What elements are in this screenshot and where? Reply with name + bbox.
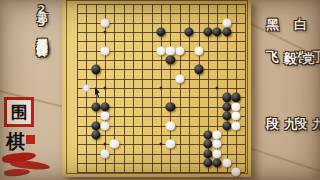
- logo-char-qi: 棋: [6, 129, 25, 155]
- black-stone[interactable]: [222, 27, 231, 36]
- white-stone[interactable]: [213, 140, 222, 149]
- white-stone[interactable]: [175, 74, 184, 83]
- black-player-name: 党毅飞: [263, 40, 317, 42]
- white-color-label: 白: [291, 8, 309, 10]
- black-stone[interactable]: [203, 130, 212, 139]
- black-stone[interactable]: [203, 149, 212, 158]
- black-stone[interactable]: [203, 158, 212, 167]
- logo-char-wei: 围: [4, 97, 34, 127]
- black-stone[interactable]: [100, 102, 109, 111]
- black-stone[interactable]: [91, 102, 100, 111]
- white-stone[interactable]: [157, 46, 166, 55]
- white-stone[interactable]: [166, 140, 175, 149]
- white-stone[interactable]: [213, 149, 222, 158]
- black-stone[interactable]: [91, 65, 100, 74]
- white-stone[interactable]: [231, 121, 240, 130]
- white-stone[interactable]: [100, 121, 109, 130]
- white-stone[interactable]: [222, 18, 231, 27]
- black-stone[interactable]: [185, 27, 194, 36]
- white-stone[interactable]: [222, 158, 231, 167]
- white-stone[interactable]: [231, 168, 240, 177]
- black-stone[interactable]: [213, 158, 222, 167]
- red-brush-stroke: [4, 168, 30, 177]
- black-stone[interactable]: [203, 140, 212, 149]
- black-stone[interactable]: [222, 102, 231, 111]
- star-point: [216, 87, 219, 90]
- black-stone[interactable]: [166, 102, 175, 111]
- star-point: [104, 31, 107, 34]
- star-point: [160, 143, 163, 146]
- white-stone[interactable]: [166, 46, 175, 55]
- black-stone[interactable]: [231, 93, 240, 102]
- white-stone[interactable]: [231, 102, 240, 111]
- black-stone[interactable]: [222, 112, 231, 121]
- white-stone[interactable]: [100, 149, 109, 158]
- grid-line: [245, 4, 246, 172]
- black-stone[interactable]: [213, 27, 222, 36]
- white-stone[interactable]: [100, 18, 109, 27]
- star-point: [104, 143, 107, 146]
- black-stone[interactable]: [166, 56, 175, 65]
- grid-line: [199, 4, 200, 172]
- white-stone[interactable]: [166, 121, 175, 130]
- grid-line: [77, 97, 245, 98]
- white-stone[interactable]: [231, 112, 240, 121]
- table-seam: [240, 144, 320, 174]
- black-stone[interactable]: [91, 121, 100, 130]
- go-board[interactable]: [62, 0, 251, 177]
- star-point: [104, 87, 107, 90]
- thumbnail-stage: 第29届三星杯世界大师赛决赛一 白 丁浩 九段 黑 党毅飞 九段 围 棋: [0, 0, 320, 180]
- go-board-grid[interactable]: [77, 4, 245, 172]
- grid-line: [77, 172, 245, 173]
- black-stone[interactable]: [222, 121, 231, 130]
- star-point: [160, 87, 163, 90]
- white-stone[interactable]: [110, 140, 119, 149]
- square-marker: [83, 85, 90, 92]
- black-stone[interactable]: [91, 130, 100, 139]
- grid-line: [180, 4, 181, 172]
- black-stone[interactable]: [222, 93, 231, 102]
- white-stone[interactable]: [100, 46, 109, 55]
- black-stone[interactable]: [157, 27, 166, 36]
- weiqi-logo: 围 棋: [2, 95, 42, 180]
- black-stone[interactable]: [203, 27, 212, 36]
- grid-line: [236, 4, 237, 172]
- black-player-rank: 九段: [263, 106, 299, 108]
- white-stone[interactable]: [175, 46, 184, 55]
- black-color-label: 黑: [263, 8, 281, 10]
- red-seal-icon: [26, 135, 35, 144]
- white-stone[interactable]: [213, 130, 222, 139]
- white-stone[interactable]: [194, 46, 203, 55]
- black-stone[interactable]: [194, 65, 203, 74]
- white-stone[interactable]: [100, 112, 109, 121]
